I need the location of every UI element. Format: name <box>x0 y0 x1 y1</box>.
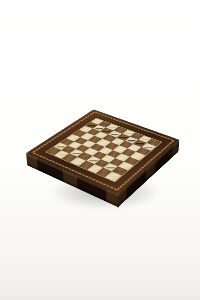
product-photo: ♜♞♝♛♚♝♞♜♟♟♟♟♟♟♟♟♟♟♟♟♟♟♟♟♜♞♝♛♚♝♞♜ <box>0 0 200 300</box>
black-pawn-icon: ♟ <box>143 135 155 148</box>
white-rook-icon: ♜ <box>106 162 121 178</box>
